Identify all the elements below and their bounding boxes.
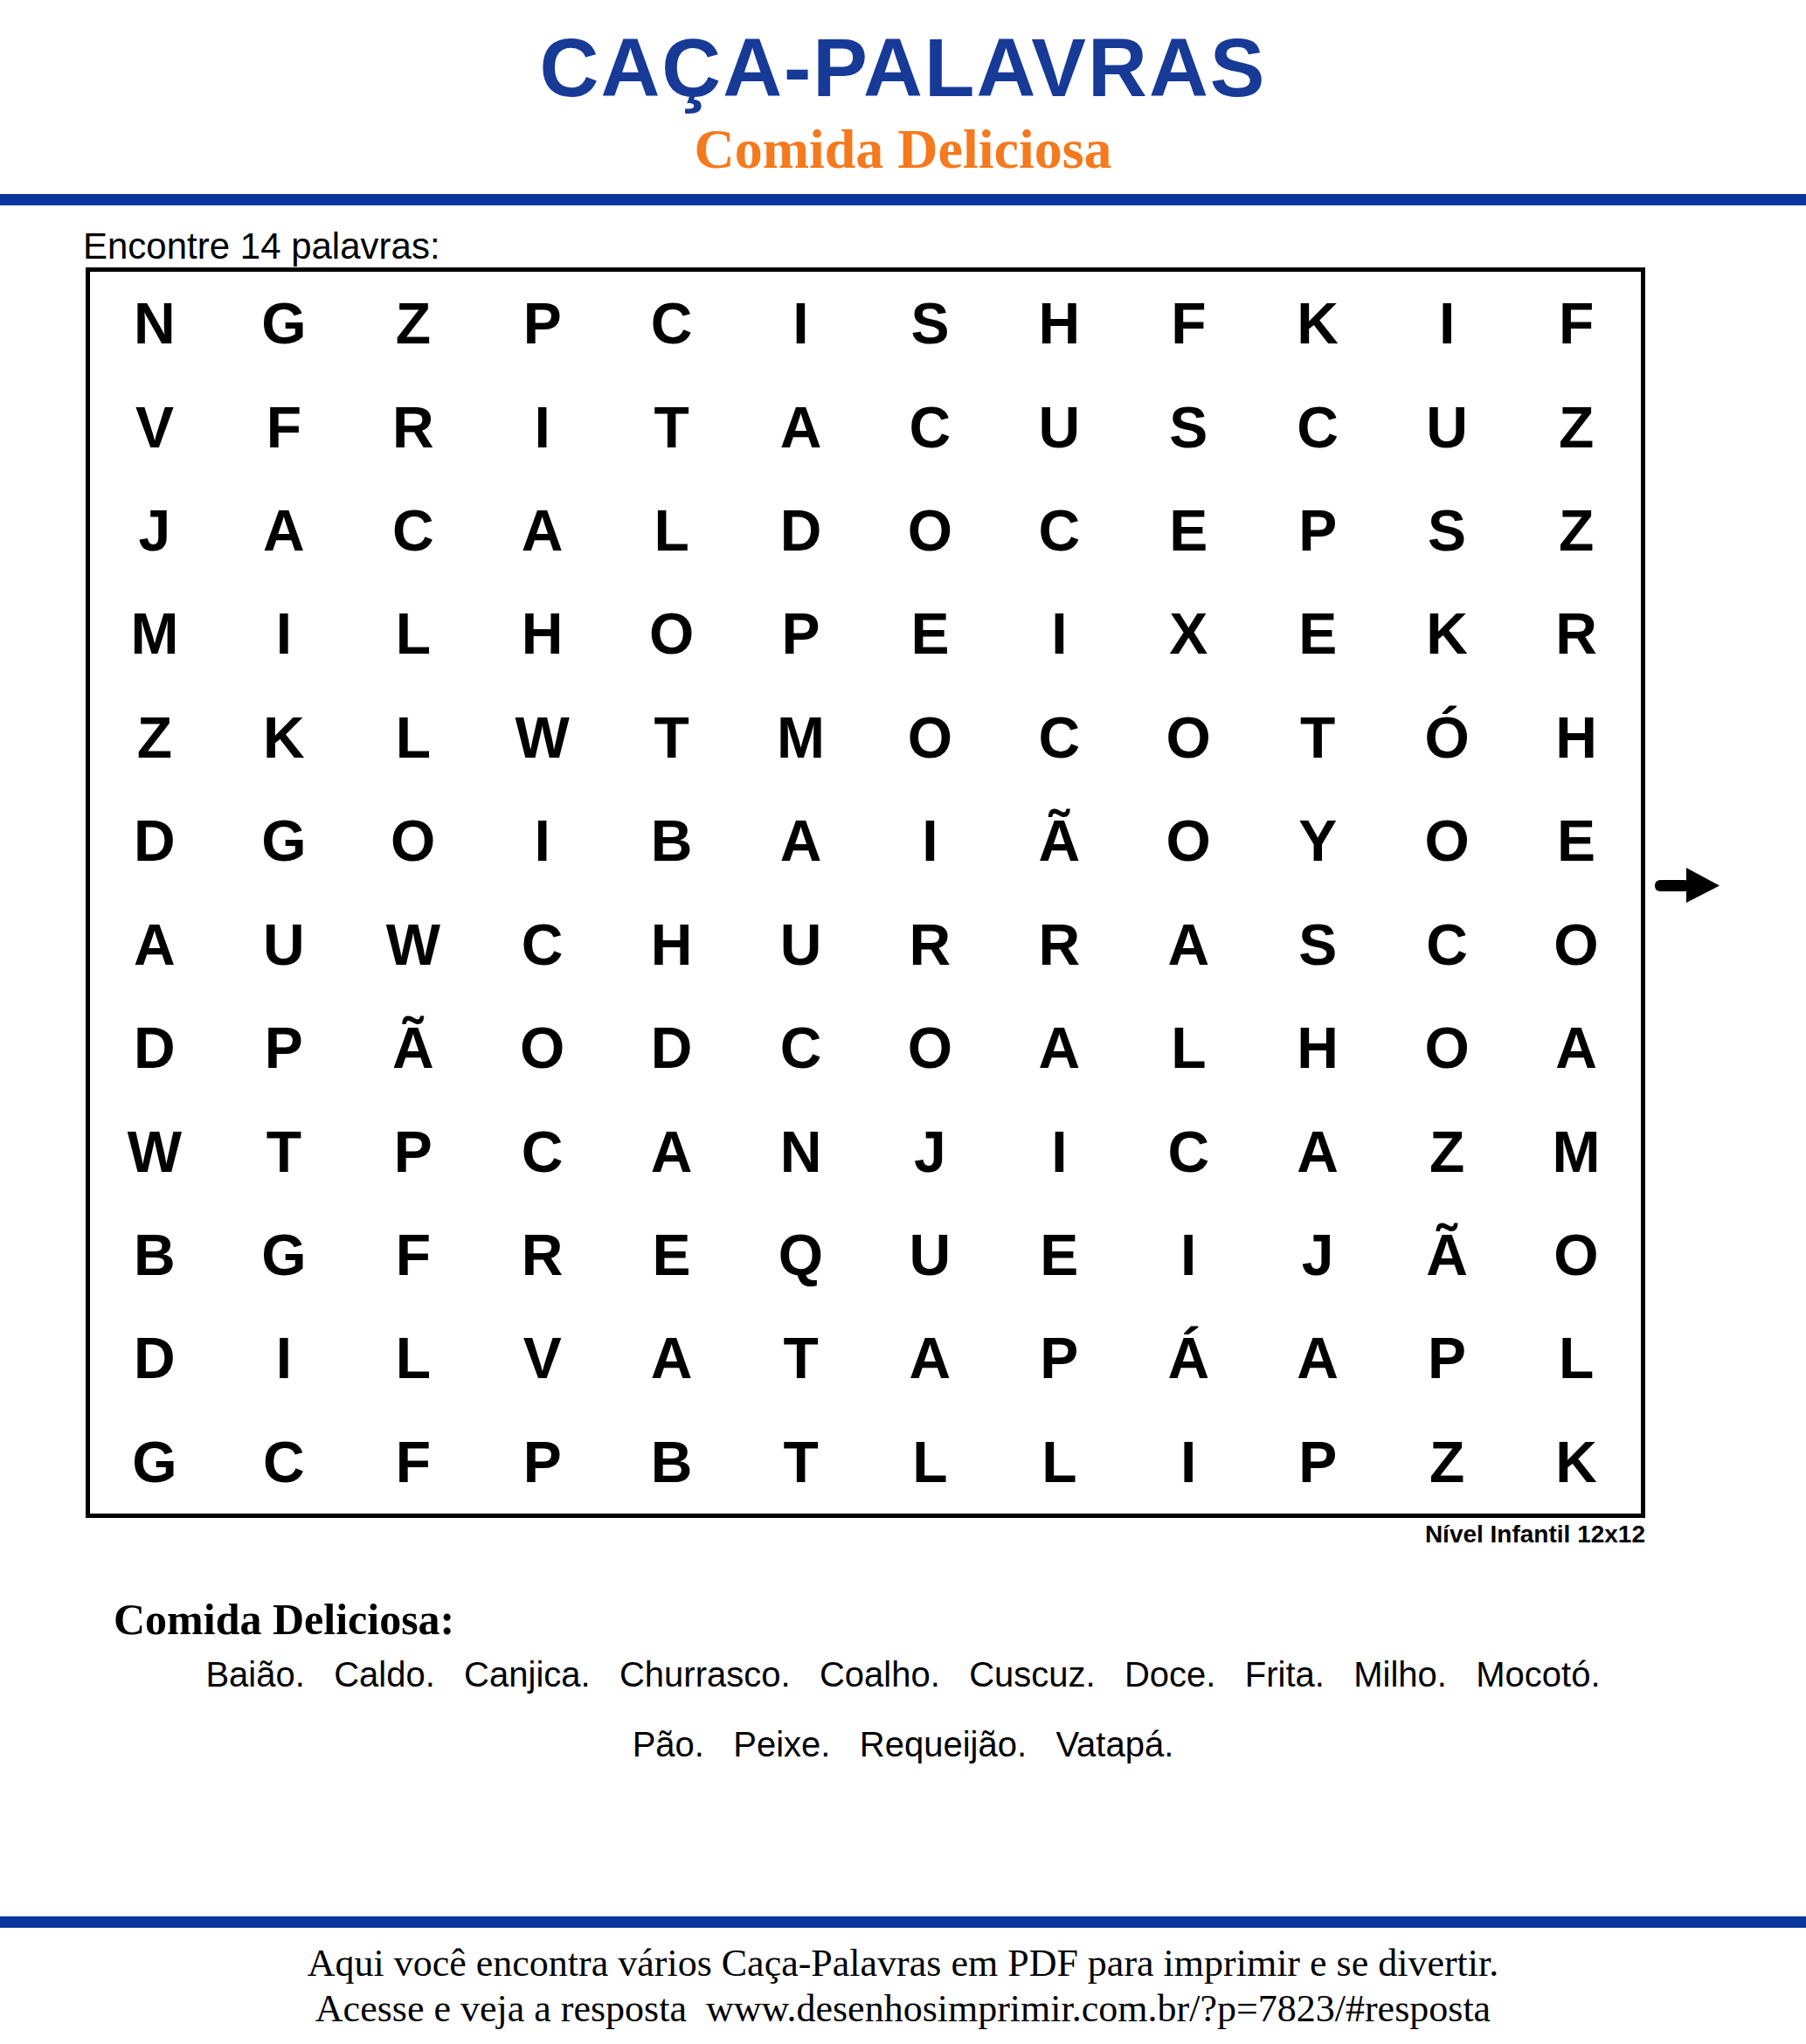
puzzle-page: CAÇA-PALAVRAS Comida Deliciosa Encontre … (0, 0, 1806, 2044)
grid-cell-r6c2[interactable]: G (219, 789, 349, 892)
grid-cell-r7c1[interactable]: A (90, 892, 219, 995)
grid-cell-r12c1[interactable]: G (90, 1410, 219, 1514)
grid-cell-r12c4[interactable]: P (478, 1410, 607, 1514)
grid-cell-r6c6[interactable]: A (737, 789, 866, 892)
grid-cell-r4c5[interactable]: O (607, 582, 737, 685)
grid-cell-r9c4[interactable]: C (478, 1099, 607, 1202)
difficulty-level-label: Nível Infantil 12x12 (1425, 1521, 1645, 1549)
grid-cell-r6c3[interactable]: O (349, 789, 478, 892)
grid-cell-r9c12[interactable]: M (1512, 1099, 1641, 1202)
grid-cell-r10c8[interactable]: E (994, 1203, 1124, 1306)
word-list-line-2: Pão. Peixe. Requeijão. Vatapá. (0, 1723, 1806, 1765)
grid-cell-r5c7[interactable]: O (866, 686, 995, 789)
grid-cell-r1c2[interactable]: G (219, 272, 349, 375)
grid-cell-r1c9[interactable]: F (1124, 272, 1253, 375)
grid-cell-r4c7[interactable]: E (866, 582, 995, 685)
grid-cell-r10c9[interactable]: I (1124, 1203, 1253, 1306)
word-list-heading: Comida Deliciosa: (114, 1596, 454, 1643)
grid-cell-r2c1[interactable]: V (90, 375, 219, 478)
grid-cell-r2c2[interactable]: F (219, 375, 349, 478)
grid-cell-r9c9[interactable]: C (1124, 1099, 1253, 1202)
grid-cell-r12c11[interactable]: Z (1382, 1410, 1512, 1514)
grid-cell-r5c4[interactable]: W (478, 686, 607, 789)
grid-cell-r9c11[interactable]: Z (1382, 1099, 1512, 1202)
grid-cell-r9c5[interactable]: A (607, 1099, 737, 1202)
grid-cell-r1c1[interactable]: N (90, 272, 219, 375)
grid-cell-r2c11[interactable]: U (1382, 375, 1512, 478)
grid-cell-r9c3[interactable]: P (349, 1099, 478, 1202)
grid-cell-r7c6[interactable]: U (737, 892, 866, 995)
grid-cell-r11c10[interactable]: A (1253, 1306, 1382, 1410)
grid-cell-r3c4[interactable]: A (478, 479, 607, 582)
grid-cell-r4c1[interactable]: M (90, 582, 219, 685)
grid-cell-r2c3[interactable]: R (349, 375, 478, 478)
grid-cell-r2c9[interactable]: S (1124, 375, 1253, 478)
grid-cell-r10c10[interactable]: J (1253, 1203, 1382, 1306)
grid-cell-r6c7[interactable]: I (866, 789, 995, 892)
grid-cell-r10c12[interactable]: O (1512, 1203, 1641, 1306)
grid-cell-r6c4[interactable]: I (478, 789, 607, 892)
grid-cell-r6c5[interactable]: B (607, 789, 737, 892)
grid-cell-r4c10[interactable]: E (1253, 582, 1382, 685)
grid-cell-r7c11[interactable]: C (1382, 892, 1512, 995)
grid-cell-r11c9[interactable]: Á (1124, 1306, 1253, 1410)
grid-cell-r2c4[interactable]: I (478, 375, 607, 478)
grid-cell-r9c10[interactable]: A (1253, 1099, 1382, 1202)
grid-cell-r5c10[interactable]: T (1253, 686, 1382, 789)
grid-cell-r11c4[interactable]: V (478, 1306, 607, 1410)
grid-cell-r11c3[interactable]: L (349, 1306, 478, 1410)
grid-cell-r3c6[interactable]: D (737, 479, 866, 582)
grid-cell-r12c9[interactable]: I (1124, 1410, 1253, 1514)
grid-cell-r9c8[interactable]: I (994, 1099, 1124, 1202)
grid-cell-r2c10[interactable]: C (1253, 375, 1382, 478)
grid-cell-r10c3[interactable]: F (349, 1203, 478, 1306)
grid-cell-r4c11[interactable]: K (1382, 582, 1512, 685)
grid-cell-r3c12[interactable]: Z (1512, 479, 1641, 582)
grid-cell-r7c10[interactable]: S (1253, 892, 1382, 995)
grid-cell-r9c6[interactable]: N (737, 1099, 866, 1202)
grid-cell-r8c9[interactable]: L (1124, 996, 1253, 1099)
grid-cell-r5c3[interactable]: L (349, 686, 478, 789)
grid-cell-r12c8[interactable]: L (994, 1410, 1124, 1514)
word-search-grid[interactable]: NGZPCISHFKIFVFRITACUSCUZJACALDOCEPSZMILH… (86, 267, 1645, 1518)
grid-cell-r1c4[interactable]: P (478, 272, 607, 375)
grid-cell-r2c5[interactable]: T (607, 375, 737, 478)
grid-cell-r10c11[interactable]: Ã (1382, 1203, 1512, 1306)
grid-cell-r3c9[interactable]: E (1124, 479, 1253, 582)
grid-cell-r7c8[interactable]: R (994, 892, 1124, 995)
grid-cell-r8c1[interactable]: D (90, 996, 219, 1099)
grid-cell-r11c2[interactable]: I (219, 1306, 349, 1410)
grid-cell-r5c11[interactable]: Ó (1382, 686, 1512, 789)
grid-cell-r4c9[interactable]: X (1124, 582, 1253, 685)
grid-cell-r1c12[interactable]: F (1512, 272, 1641, 375)
grid-cell-r7c7[interactable]: R (866, 892, 995, 995)
grid-cell-r12c3[interactable]: F (349, 1410, 478, 1514)
grid-cell-r4c8[interactable]: I (994, 582, 1124, 685)
grid-cell-r8c6[interactable]: C (737, 996, 866, 1099)
grid-cell-r10c6[interactable]: Q (737, 1203, 866, 1306)
grid-cell-r3c8[interactable]: C (994, 479, 1124, 582)
grid-cell-r8c5[interactable]: D (607, 996, 737, 1099)
grid-cell-r8c7[interactable]: O (866, 996, 995, 1099)
footer-divider (0, 1916, 1806, 1928)
grid-cell-r12c6[interactable]: T (737, 1410, 866, 1514)
grid-cell-r8c4[interactable]: O (478, 996, 607, 1099)
grid-cell-r6c1[interactable]: D (90, 789, 219, 892)
grid-cell-r4c6[interactable]: P (737, 582, 866, 685)
grid-cell-r12c7[interactable]: L (866, 1410, 995, 1514)
grid-cell-r10c2[interactable]: G (219, 1203, 349, 1306)
grid-cell-r4c4[interactable]: H (478, 582, 607, 685)
grid-cell-r1c6[interactable]: I (737, 272, 866, 375)
grid-cell-r11c1[interactable]: D (90, 1306, 219, 1410)
grid-cell-r8c11[interactable]: O (1382, 996, 1512, 1099)
grid-cell-r1c7[interactable]: S (866, 272, 995, 375)
grid-cell-r9c7[interactable]: J (866, 1099, 995, 1202)
grid-cell-r11c11[interactable]: P (1382, 1306, 1512, 1410)
grid-cell-r10c5[interactable]: E (607, 1203, 737, 1306)
grid-cell-r2c7[interactable]: C (866, 375, 995, 478)
grid-cell-r3c10[interactable]: P (1253, 479, 1382, 582)
grid-cell-r8c3[interactable]: Ã (349, 996, 478, 1099)
grid-cell-r12c12[interactable]: K (1512, 1410, 1641, 1514)
grid-cell-r1c11[interactable]: I (1382, 272, 1512, 375)
instruction-text: Encontre 14 palavras: (83, 227, 440, 266)
grid-cell-r5c1[interactable]: Z (90, 686, 219, 789)
grid-cell-r10c1[interactable]: B (90, 1203, 219, 1306)
grid-cell-r11c7[interactable]: A (866, 1306, 995, 1410)
grid-cell-r7c12[interactable]: O (1512, 892, 1641, 995)
grid-cell-r4c2[interactable]: I (219, 582, 349, 685)
grid-cell-r5c8[interactable]: C (994, 686, 1124, 789)
grid-cell-r6c10[interactable]: Y (1253, 789, 1382, 892)
grid-cell-r4c3[interactable]: L (349, 582, 478, 685)
grid-cell-r8c8[interactable]: A (994, 996, 1124, 1099)
grid-cell-r2c12[interactable]: Z (1512, 375, 1641, 478)
grid-cell-r10c4[interactable]: R (478, 1203, 607, 1306)
grid-cell-r6c12[interactable]: E (1512, 789, 1641, 892)
grid-cell-r3c2[interactable]: A (219, 479, 349, 582)
grid-cell-r1c10[interactable]: K (1253, 272, 1382, 375)
grid-cell-r12c10[interactable]: P (1253, 1410, 1382, 1514)
grid-cell-r5c2[interactable]: K (219, 686, 349, 789)
grid-cell-r3c1[interactable]: J (90, 479, 219, 582)
puzzle-theme-subtitle: Comida Deliciosa (0, 119, 1806, 180)
grid-cell-r3c11[interactable]: S (1382, 479, 1512, 582)
right-arrow-icon (1653, 867, 1721, 904)
grid-cell-r6c8[interactable]: Ã (994, 789, 1124, 892)
grid-cell-r12c2[interactable]: C (219, 1410, 349, 1514)
grid-cell-r7c3[interactable]: W (349, 892, 478, 995)
grid-cell-r8c2[interactable]: P (219, 996, 349, 1099)
grid-cell-r3c7[interactable]: O (866, 479, 995, 582)
grid-cell-r5c6[interactable]: M (737, 686, 866, 789)
grid-cell-r2c6[interactable]: A (737, 375, 866, 478)
grid-cell-r3c5[interactable]: L (607, 479, 737, 582)
grid-cell-r9c1[interactable]: W (90, 1099, 219, 1202)
header-divider (0, 194, 1806, 205)
grid-cell-r3c3[interactable]: C (349, 479, 478, 582)
page-title: CAÇA-PALAVRAS (0, 24, 1806, 112)
grid-cell-r8c12[interactable]: A (1512, 996, 1641, 1099)
word-list-line-1: Baião. Caldo. Canjica. Churrasco. Coalho… (0, 1653, 1806, 1695)
grid-cell-r4c12[interactable]: R (1512, 582, 1641, 685)
grid-cell-r7c9[interactable]: A (1124, 892, 1253, 995)
grid-cell-r5c12[interactable]: H (1512, 686, 1641, 789)
grid-cell-r11c12[interactable]: L (1512, 1306, 1641, 1410)
grid-cell-r7c4[interactable]: C (478, 892, 607, 995)
grid-cell-r12c5[interactable]: B (607, 1410, 737, 1514)
grid-cell-r9c2[interactable]: T (219, 1099, 349, 1202)
grid-cell-r11c8[interactable]: P (994, 1306, 1124, 1410)
grid-cell-r11c5[interactable]: A (607, 1306, 737, 1410)
grid-cell-r5c5[interactable]: T (607, 686, 737, 789)
grid-cell-r6c9[interactable]: O (1124, 789, 1253, 892)
grid-cell-r7c5[interactable]: H (607, 892, 737, 995)
footer-text: Aqui você encontra vários Caça-Palavras … (0, 1942, 1806, 1985)
grid-cell-r1c3[interactable]: Z (349, 272, 478, 375)
grid-cell-r6c11[interactable]: O (1382, 789, 1512, 892)
grid-cell-r8c10[interactable]: H (1253, 996, 1382, 1099)
grid-cell-r2c8[interactable]: U (994, 375, 1124, 478)
grid-cell-r5c9[interactable]: O (1124, 686, 1253, 789)
grid-cell-r7c2[interactable]: U (219, 892, 349, 995)
footer-answer-url: Acesse e veja a resposta www.desenhosimp… (0, 1987, 1806, 2031)
grid-cell-r1c5[interactable]: C (607, 272, 737, 375)
grid-cell-r11c6[interactable]: T (737, 1306, 866, 1410)
grid-cell-r10c7[interactable]: U (866, 1203, 995, 1306)
grid-cell-r1c8[interactable]: H (994, 272, 1124, 375)
